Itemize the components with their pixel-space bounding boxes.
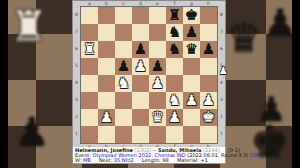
square-g6: ♛ (183, 41, 200, 58)
length-label: Length: (142, 157, 161, 163)
square-f4 (166, 75, 183, 92)
length-value: 98 (162, 157, 168, 163)
rank-label: 7 (218, 23, 225, 40)
rank-label: 3 (218, 91, 225, 108)
square-c2 (115, 109, 132, 126)
status-line: W: MB Next: 35.Nfd2 Length: 98 Material:… (75, 158, 223, 163)
square-g2 (183, 109, 200, 126)
square-g3: ♟ (183, 92, 200, 109)
square-h2: ♚ (200, 109, 217, 126)
black-knight: ♞ (168, 25, 181, 40)
square-h5 (200, 58, 217, 75)
square-c8 (115, 7, 132, 24)
square-c5: ♟ (115, 58, 132, 75)
white-knight: ♞ (168, 93, 181, 108)
square-a6: ♜ (81, 41, 98, 58)
rank-label: 1 (73, 125, 80, 142)
square-h1 (200, 126, 217, 143)
square-c7 (115, 24, 132, 41)
chess-board-frame: abcdefgh 87654321 ♜♚♞♟♜♟♞♛♟♟♟♟♞♟♞♟♟♟♛♟♚ … (72, 0, 226, 150)
rank-label: 5 (73, 57, 80, 74)
white-pawn: ♟ (202, 93, 215, 108)
material-advantage-pawn-icon: ♟ (219, 66, 228, 76)
square-d1 (132, 126, 149, 143)
square-a7 (81, 24, 98, 41)
square-d2 (132, 109, 149, 126)
square-h4 (200, 75, 217, 92)
square-c3 (115, 92, 132, 109)
square-b7 (98, 24, 115, 41)
square-f6: ♞ (166, 41, 183, 58)
blurred-black-queen-icon: ♛ (226, 18, 262, 58)
square-d7 (132, 24, 149, 41)
square-e5: ♟ (149, 58, 166, 75)
square-e6 (149, 41, 166, 58)
square-a3 (81, 92, 98, 109)
square-g5 (183, 58, 200, 75)
material-value: +1 (201, 157, 208, 163)
rank-label: 3 (73, 91, 80, 108)
rank-label: 2 (73, 108, 80, 125)
rank-label: 7 (73, 23, 80, 40)
square-h7 (200, 24, 217, 41)
square-b8 (98, 7, 115, 24)
video-frame: ♜♟♛♟♟♚ abcdefgh 87654321 ♜♚♞♟♜♟♞♛♟♟♟♟♞♟♞… (0, 0, 300, 168)
square-f5 (166, 58, 183, 75)
blurred-black-pawn-icon: ♟ (14, 112, 50, 152)
square-g1 (183, 126, 200, 143)
rank-label: 4 (218, 74, 225, 91)
square-f1 (166, 126, 183, 143)
square-c1 (115, 126, 132, 143)
square-e7 (149, 24, 166, 41)
white-pawn: ♟ (168, 110, 181, 125)
square-d4 (132, 75, 149, 92)
next-move-link[interactable]: 35.Nfd2 (114, 157, 134, 163)
black-pawn: ♟ (117, 59, 130, 74)
square-f7: ♞ (166, 24, 183, 41)
rank-label: 1 (218, 125, 225, 142)
chess-board: ♜♚♞♟♜♟♞♛♟♟♟♟♞♟♞♟♟♟♛♟♚ (80, 6, 218, 144)
black-pawn: ♟ (134, 42, 147, 57)
square-a1 (81, 126, 98, 143)
black-pawn: ♟ (185, 25, 198, 40)
square-b6 (98, 41, 115, 58)
square-b1 (98, 126, 115, 143)
white-pawn: ♟ (185, 93, 198, 108)
rank-label: 2 (218, 108, 225, 125)
white-rook: ♜ (83, 42, 96, 57)
eco-code-link[interactable]: C08 (250, 152, 260, 158)
rank-label: 8 (218, 6, 225, 23)
black-pawn: ♟ (151, 59, 164, 74)
black-king: ♚ (185, 8, 198, 23)
black-queen: ♛ (185, 42, 198, 57)
square-c6 (115, 41, 132, 58)
square-b2: ♟ (98, 109, 115, 126)
square-f8: ♜ (166, 7, 183, 24)
square-d5: ♟ (132, 58, 149, 75)
rank-label: 6 (73, 40, 80, 57)
square-b4 (98, 75, 115, 92)
square-h3: ♟ (200, 92, 217, 109)
square-f3: ♞ (166, 92, 183, 109)
rank-label: 8 (73, 6, 80, 23)
square-h6: ♟ (200, 41, 217, 58)
square-a4 (81, 75, 98, 92)
square-d8 (132, 7, 149, 24)
square-b5 (98, 58, 115, 75)
square-c4: ♞ (115, 75, 132, 92)
square-a8 (81, 7, 98, 24)
square-e2: ♛ (149, 109, 166, 126)
square-e1 (149, 126, 166, 143)
white-pawn: ♟ (100, 110, 113, 125)
black-knight: ♞ (168, 42, 181, 57)
square-d6: ♟ (132, 41, 149, 58)
w-value-link[interactable]: MB (83, 157, 91, 163)
square-e4: ♟ (149, 75, 166, 92)
w-label: W: (75, 157, 81, 163)
white-knight: ♞ (117, 76, 130, 91)
material-label: Material: (177, 157, 199, 163)
square-a5 (81, 58, 98, 75)
rank-labels-left: 87654321 (73, 6, 80, 144)
square-g4 (183, 75, 200, 92)
square-f2: ♟ (166, 109, 183, 126)
white-pawn: ♟ (151, 76, 164, 91)
square-e3 (149, 92, 166, 109)
white-king: ♚ (202, 110, 215, 125)
square-g8: ♚ (183, 7, 200, 24)
square-e8 (149, 7, 166, 24)
blurred-white-rook-icon: ♜ (10, 6, 48, 48)
square-d3 (132, 92, 149, 109)
rank-label: 4 (73, 74, 80, 91)
game-info-caption: Heinemann, Josefine (2302) -- Sandu, Mih… (72, 147, 226, 164)
rank-label: 6 (218, 40, 225, 57)
white-queen: ♛ (151, 110, 164, 125)
black-rook: ♜ (168, 8, 181, 23)
square-b3 (98, 92, 115, 109)
white-pawn: ♟ (134, 59, 147, 74)
square-g7: ♟ (183, 24, 200, 41)
square-h8 (200, 7, 217, 24)
next-label: Next: (99, 157, 112, 163)
square-a2 (81, 109, 98, 126)
black-pawn: ♟ (202, 42, 215, 57)
blurred-black-pawn-icon: ♟ (263, 4, 297, 42)
